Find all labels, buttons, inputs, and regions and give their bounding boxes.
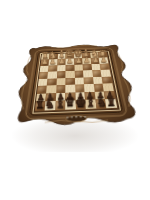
square-r8c8: ♜ [105, 99, 117, 108]
square-r8c4: ♛ [65, 100, 75, 109]
square-r8c5: ♚ [75, 100, 86, 109]
square-r8c3: ♝ [55, 101, 65, 110]
square-r8c2: ♞ [45, 101, 56, 110]
square-r5c8 [101, 76, 111, 83]
scene-rotation: ♜♞♝♛♚♝♞♜♟♟♟♟♟♟♟♟♟♟♟♟♟♟♟♟♜♞♝♛♚♝♞♜ [0, 0, 150, 200]
square-r7c2: ♟ [45, 93, 55, 101]
square-r4c4 [65, 71, 74, 78]
square-r5c6 [83, 77, 93, 84]
square-r5c5 [74, 77, 84, 84]
product-photo: ♜♞♝♛♚♝♞♜♟♟♟♟♟♟♟♟♟♟♟♟♟♟♟♟♜♞♝♛♚♝♞♜ [0, 0, 150, 200]
chess-board: ♜♞♝♛♚♝♞♜♟♟♟♟♟♟♟♟♟♟♟♟♟♟♟♟♜♞♝♛♚♝♞♜ [33, 51, 119, 112]
square-r6c2 [46, 85, 56, 93]
square-r8c6: ♝ [85, 100, 96, 109]
square-r4c3 [56, 71, 65, 78]
square-r3c5 [74, 64, 83, 71]
chess-board-assembly: ♜♞♝♛♚♝♞♜♟♟♟♟♟♟♟♟♟♟♟♟♟♟♟♟♜♞♝♛♚♝♞♜ [9, 41, 144, 132]
square-r7c4: ♟ [65, 92, 75, 100]
